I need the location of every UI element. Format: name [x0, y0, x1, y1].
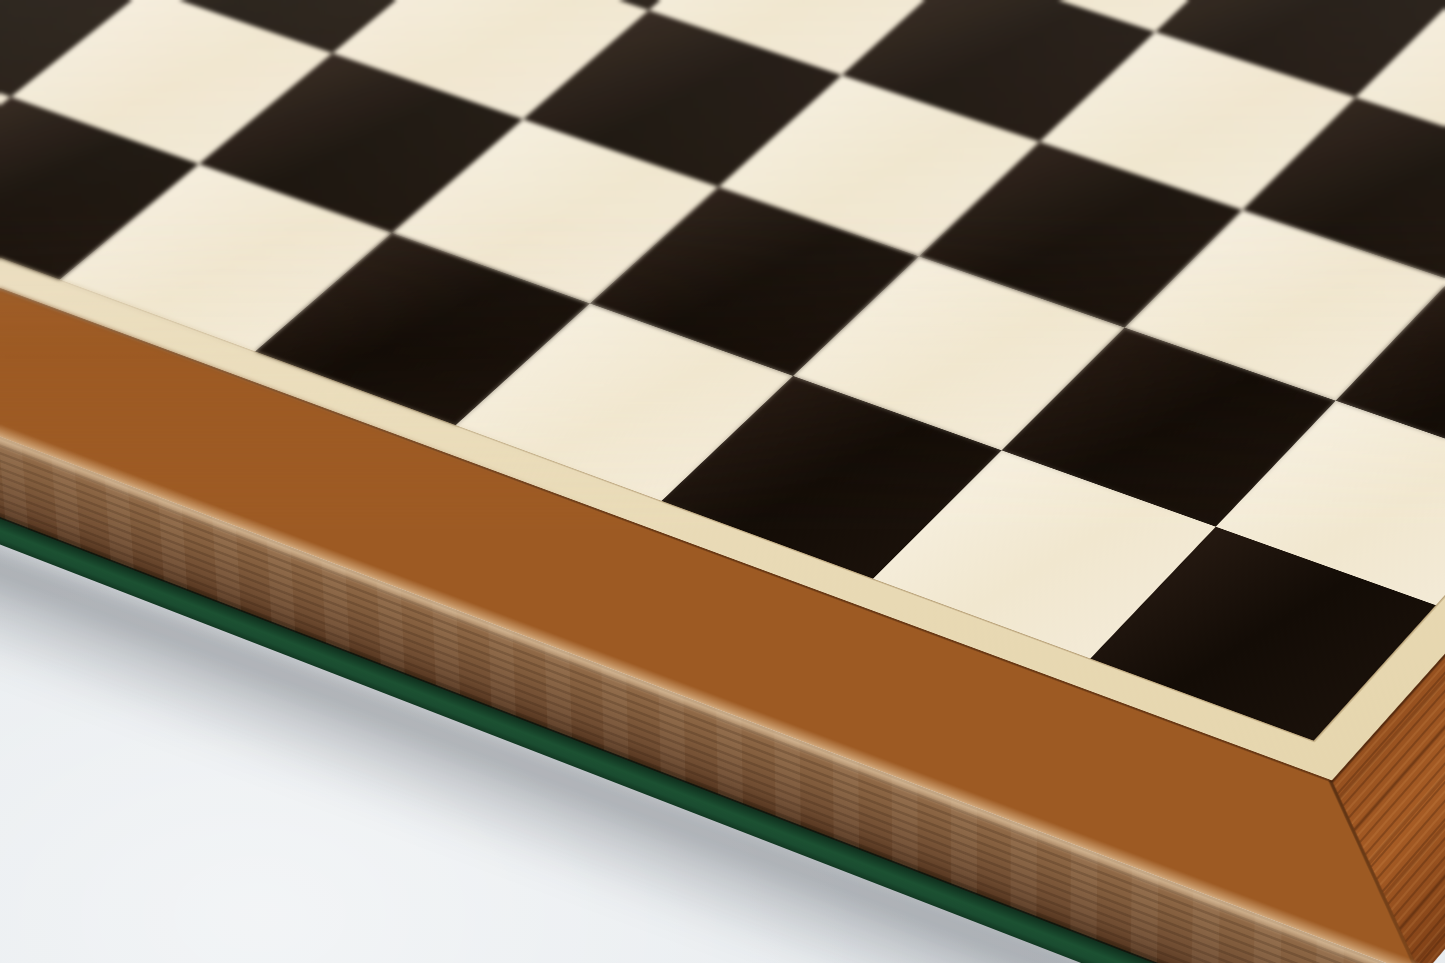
square [1090, 527, 1435, 741]
frame-miter-seam [1329, 780, 1423, 963]
square [199, 53, 523, 233]
square [649, 0, 960, 75]
square [1216, 401, 1445, 606]
square [662, 376, 1002, 579]
square [590, 187, 919, 376]
square [1336, 280, 1445, 476]
square [960, 0, 1266, 32]
square [146, 0, 460, 53]
square [793, 256, 1125, 450]
square [1040, 32, 1356, 210]
square [523, 10, 842, 187]
square [392, 119, 719, 303]
square [1155, 0, 1445, 97]
square [1002, 328, 1336, 527]
square [0, 31, 11, 209]
square [332, 0, 648, 119]
square [718, 75, 1039, 256]
scene [0, 0, 1445, 963]
square [255, 233, 590, 425]
frame-right-band [1224, 0, 1445, 963]
square [842, 0, 1156, 142]
square [11, 0, 333, 164]
square [60, 164, 392, 351]
square [919, 142, 1242, 328]
square [1355, 0, 1445, 165]
square [873, 450, 1216, 658]
square [0, 97, 199, 280]
square [456, 303, 793, 500]
square [1125, 210, 1445, 401]
square [460, 0, 769, 10]
square [0, 0, 146, 97]
square [1242, 97, 1445, 280]
